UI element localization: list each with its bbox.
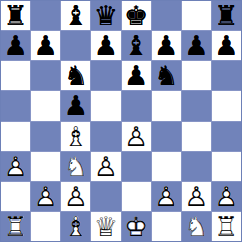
square-e8[interactable]: ♚♚ (122, 1, 151, 30)
square-h2[interactable]: ♟♙ (212, 182, 241, 211)
square-g6[interactable] (182, 61, 211, 90)
square-e1[interactable]: ♚♔ (122, 212, 151, 241)
square-d2[interactable] (91, 182, 120, 211)
square-a7[interactable]: ♟♟ (1, 31, 30, 60)
square-c4[interactable]: ♝♗ (61, 122, 90, 151)
square-e6[interactable]: ♟♟ (122, 61, 151, 90)
white-queen: ♛♕ (91, 212, 120, 241)
black-pawn: ♟♟ (152, 31, 181, 60)
white-knight: ♞♘ (182, 212, 211, 241)
square-b5[interactable] (31, 91, 60, 120)
square-d6[interactable] (91, 61, 120, 90)
square-a3[interactable]: ♟♙ (1, 152, 30, 181)
square-b6[interactable] (31, 61, 60, 90)
black-rook: ♜♜ (212, 1, 241, 30)
square-c5[interactable]: ♟♟ (61, 91, 90, 120)
square-g8[interactable] (182, 1, 211, 30)
black-queen: ♛♛ (91, 1, 120, 30)
square-g2[interactable]: ♟♙ (182, 182, 211, 211)
square-b2[interactable]: ♟♙ (31, 182, 60, 211)
white-knight: ♞♘ (61, 152, 90, 181)
square-b7[interactable]: ♟♟ (31, 31, 60, 60)
white-pawn: ♟♙ (122, 122, 151, 151)
square-b8[interactable] (31, 1, 60, 30)
square-c7[interactable] (61, 31, 90, 60)
black-rook: ♜♜ (1, 1, 30, 30)
square-g7[interactable]: ♟♟ (182, 31, 211, 60)
white-pawn: ♟♙ (182, 182, 211, 211)
square-d3[interactable]: ♟♙ (91, 152, 120, 181)
square-d4[interactable] (91, 122, 120, 151)
square-f4[interactable] (152, 122, 181, 151)
square-b4[interactable] (31, 122, 60, 151)
white-rook: ♜♖ (1, 212, 30, 241)
square-d7[interactable]: ♟♟ (91, 31, 120, 60)
black-pawn: ♟♟ (212, 31, 241, 60)
white-bishop: ♝♗ (61, 212, 90, 241)
square-h7[interactable]: ♟♟ (212, 31, 241, 60)
square-c2[interactable]: ♟♙ (61, 182, 90, 211)
white-bishop: ♝♗ (61, 122, 90, 151)
square-d1[interactable]: ♛♕ (91, 212, 120, 241)
square-h3[interactable] (212, 152, 241, 181)
square-f6[interactable]: ♞♞ (152, 61, 181, 90)
square-h6[interactable] (212, 61, 241, 90)
square-e4[interactable]: ♟♙ (122, 122, 151, 151)
square-b1[interactable] (31, 212, 60, 241)
square-b3[interactable] (31, 152, 60, 181)
black-pawn: ♟♟ (31, 31, 60, 60)
square-f7[interactable]: ♟♟ (152, 31, 181, 60)
square-a2[interactable] (1, 182, 30, 211)
white-pawn: ♟♙ (1, 152, 30, 181)
square-a6[interactable] (1, 61, 30, 90)
black-pawn: ♟♟ (122, 61, 151, 90)
square-c3[interactable]: ♞♘ (61, 152, 90, 181)
black-bishop: ♝♝ (61, 1, 90, 30)
square-f2[interactable]: ♟♙ (152, 182, 181, 211)
square-f5[interactable] (152, 91, 181, 120)
square-h1[interactable]: ♜♖ (212, 212, 241, 241)
white-pawn: ♟♙ (31, 182, 60, 211)
white-rook: ♜♖ (212, 212, 241, 241)
square-c8[interactable]: ♝♝ (61, 1, 90, 30)
square-h5[interactable] (212, 91, 241, 120)
square-a8[interactable]: ♜♜ (1, 1, 30, 30)
square-f1[interactable] (152, 212, 181, 241)
black-pawn: ♟♟ (1, 31, 30, 60)
black-pawn: ♟♟ (91, 31, 120, 60)
white-pawn: ♟♙ (212, 182, 241, 211)
square-g3[interactable] (182, 152, 211, 181)
square-a4[interactable] (1, 122, 30, 151)
square-d5[interactable] (91, 91, 120, 120)
black-king: ♚♚ (122, 1, 151, 30)
square-f3[interactable] (152, 152, 181, 181)
white-king: ♚♔ (122, 212, 151, 241)
white-pawn: ♟♙ (152, 182, 181, 211)
square-g4[interactable] (182, 122, 211, 151)
black-knight: ♞♞ (61, 61, 90, 90)
black-bishop: ♝♝ (122, 31, 151, 60)
square-c6[interactable]: ♞♞ (61, 61, 90, 90)
white-pawn: ♟♙ (61, 182, 90, 211)
square-e3[interactable] (122, 152, 151, 181)
square-e7[interactable]: ♝♝ (122, 31, 151, 60)
square-e5[interactable] (122, 91, 151, 120)
black-pawn: ♟♟ (182, 31, 211, 60)
square-e2[interactable] (122, 182, 151, 211)
black-pawn: ♟♟ (61, 91, 90, 120)
square-a1[interactable]: ♜♖ (1, 212, 30, 241)
chessboard: ♜♜♝♝♛♛♚♚♜♜♟♟♟♟♟♟♝♝♟♟♟♟♟♟♞♞♟♟♞♞♟♟♝♗♟♙♟♙♞♘… (0, 0, 242, 242)
chess-app: ♜♜♝♝♛♛♚♚♜♜♟♟♟♟♟♟♝♝♟♟♟♟♟♟♞♞♟♟♞♞♟♟♝♗♟♙♟♙♞♘… (0, 0, 242, 242)
square-h4[interactable] (212, 122, 241, 151)
square-c1[interactable]: ♝♗ (61, 212, 90, 241)
black-knight: ♞♞ (152, 61, 181, 90)
square-g5[interactable] (182, 91, 211, 120)
square-f8[interactable] (152, 1, 181, 30)
white-pawn: ♟♙ (91, 152, 120, 181)
square-h8[interactable]: ♜♜ (212, 1, 241, 30)
square-a5[interactable] (1, 91, 30, 120)
square-g1[interactable]: ♞♘ (182, 212, 211, 241)
square-d8[interactable]: ♛♛ (91, 1, 120, 30)
